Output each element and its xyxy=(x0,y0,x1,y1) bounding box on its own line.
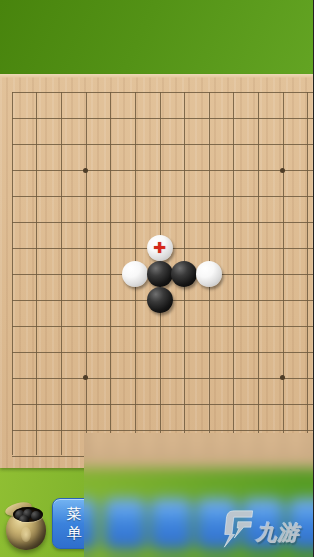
stone-white xyxy=(122,261,148,287)
stone-white: ✚ xyxy=(147,235,173,261)
grid-horizontal-line xyxy=(12,196,314,197)
last-move-marker: ✚ xyxy=(147,235,173,261)
bowl-opening xyxy=(13,507,43,522)
star-point xyxy=(280,168,285,173)
stone-black xyxy=(147,261,173,287)
star-point xyxy=(280,375,285,380)
grid-horizontal-line xyxy=(12,326,314,327)
stone-black xyxy=(171,261,197,287)
grid-horizontal-line xyxy=(12,222,314,223)
stone-white xyxy=(196,261,222,287)
grid-horizontal-line xyxy=(12,118,314,119)
grid-horizontal-line xyxy=(12,430,314,431)
stone-bowl-icon xyxy=(4,501,48,554)
watermark-text: 九游 xyxy=(256,519,300,549)
watermark: 九游 xyxy=(223,509,300,549)
star-point xyxy=(83,168,88,173)
bowl-highlight xyxy=(21,527,31,542)
game-screen: ✚ 菜单 九游 xyxy=(0,0,313,557)
grid-horizontal-line xyxy=(12,92,314,93)
grid-horizontal-line xyxy=(12,404,314,405)
stone-black xyxy=(147,287,173,313)
grid-horizontal-line xyxy=(12,378,314,379)
9game-logo-icon xyxy=(221,509,255,549)
grid-horizontal-line xyxy=(12,170,314,171)
grid-horizontal-line xyxy=(12,144,314,145)
menu-button-label: 菜单 xyxy=(66,504,83,542)
grid-horizontal-line xyxy=(12,352,314,353)
star-point xyxy=(83,375,88,380)
